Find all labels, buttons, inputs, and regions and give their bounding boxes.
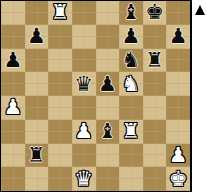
- square-c7[interactable]: [48, 25, 72, 49]
- square-b5[interactable]: [25, 72, 49, 96]
- square-a8[interactable]: [1, 1, 25, 25]
- square-h8[interactable]: [166, 1, 190, 25]
- chess-diagram: ♜♝♚♟♟♟♟♞♜♛♟♞♟♟♝♜♜♟♛♚: [0, 0, 207, 192]
- square-h4[interactable]: [166, 96, 190, 120]
- piece-black-rook-g6: ♜: [143, 49, 167, 73]
- square-a7[interactable]: [1, 25, 25, 49]
- square-g1[interactable]: [143, 167, 167, 191]
- square-d4[interactable]: [72, 96, 96, 120]
- square-e2[interactable]: [96, 144, 120, 168]
- square-a6[interactable]: ♟: [1, 49, 25, 73]
- square-c1[interactable]: [48, 167, 72, 191]
- chess-board: ♜♝♚♟♟♟♟♞♜♛♟♞♟♟♝♜♜♟♛♚: [0, 0, 192, 192]
- square-h3[interactable]: [166, 120, 190, 144]
- piece-white-rook-c8: ♜: [48, 1, 72, 25]
- square-f6[interactable]: ♞: [119, 49, 143, 73]
- square-f5[interactable]: ♞: [119, 72, 143, 96]
- piece-black-pawn-b7: ♟: [25, 25, 49, 49]
- square-e4[interactable]: [96, 96, 120, 120]
- square-h7[interactable]: ♟: [166, 25, 190, 49]
- square-d1[interactable]: ♛: [72, 167, 96, 191]
- square-b6[interactable]: [25, 49, 49, 73]
- piece-black-queen-d5: ♛: [72, 72, 96, 96]
- piece-black-bishop-f8: ♝: [119, 1, 143, 25]
- square-c3[interactable]: [48, 120, 72, 144]
- square-f7[interactable]: ♟: [119, 25, 143, 49]
- square-e5[interactable]: ♟: [96, 72, 120, 96]
- piece-black-knight-f6: ♞: [119, 49, 143, 73]
- piece-white-king-h1: ♚: [166, 167, 190, 191]
- square-c8[interactable]: ♜: [48, 1, 72, 25]
- square-e3[interactable]: ♝: [96, 120, 120, 144]
- piece-white-queen-d1: ♛: [72, 167, 96, 191]
- square-b8[interactable]: [25, 1, 49, 25]
- square-f2[interactable]: [119, 144, 143, 168]
- square-e6[interactable]: [96, 49, 120, 73]
- square-b3[interactable]: [25, 120, 49, 144]
- square-a5[interactable]: [1, 72, 25, 96]
- square-e1[interactable]: [96, 167, 120, 191]
- square-h6[interactable]: [166, 49, 190, 73]
- piece-white-knight-f5: ♞: [119, 72, 143, 96]
- square-c5[interactable]: [48, 72, 72, 96]
- square-f8[interactable]: ♝: [119, 1, 143, 25]
- square-a4[interactable]: ♟: [1, 96, 25, 120]
- piece-black-bishop-e3: ♝: [96, 120, 120, 144]
- square-d6[interactable]: [72, 49, 96, 73]
- square-b7[interactable]: ♟: [25, 25, 49, 49]
- square-h2[interactable]: ♟: [166, 144, 190, 168]
- square-d3[interactable]: ♟: [72, 120, 96, 144]
- square-c2[interactable]: [48, 144, 72, 168]
- piece-white-pawn-h2: ♟: [166, 144, 190, 168]
- square-f3[interactable]: ♜: [119, 120, 143, 144]
- square-f4[interactable]: [119, 96, 143, 120]
- piece-white-pawn-a4: ♟: [1, 96, 25, 120]
- black-to-move-triangle-icon: [195, 5, 205, 15]
- piece-white-pawn-d3: ♟: [72, 120, 96, 144]
- piece-black-pawn-f7: ♟: [119, 25, 143, 49]
- square-g7[interactable]: [143, 25, 167, 49]
- square-b1[interactable]: [25, 167, 49, 191]
- square-c6[interactable]: [48, 49, 72, 73]
- square-b4[interactable]: [25, 96, 49, 120]
- piece-black-pawn-e5: ♟: [96, 72, 120, 96]
- piece-black-pawn-h7: ♟: [166, 25, 190, 49]
- square-d8[interactable]: [72, 1, 96, 25]
- square-d2[interactable]: [72, 144, 96, 168]
- square-f1[interactable]: [119, 167, 143, 191]
- square-g2[interactable]: [143, 144, 167, 168]
- square-h5[interactable]: [166, 72, 190, 96]
- piece-black-rook-b2: ♜: [25, 144, 49, 168]
- square-g5[interactable]: [143, 72, 167, 96]
- square-a3[interactable]: [1, 120, 25, 144]
- piece-white-rook-f3: ♜: [119, 120, 143, 144]
- square-d7[interactable]: [72, 25, 96, 49]
- square-d5[interactable]: ♛: [72, 72, 96, 96]
- piece-black-king-g8: ♚: [143, 1, 167, 25]
- square-g4[interactable]: [143, 96, 167, 120]
- square-g8[interactable]: ♚: [143, 1, 167, 25]
- piece-black-pawn-a6: ♟: [1, 49, 25, 73]
- square-a2[interactable]: [1, 144, 25, 168]
- square-e8[interactable]: [96, 1, 120, 25]
- square-h1[interactable]: ♚: [166, 167, 190, 191]
- side-to-move-margin: [192, 0, 207, 192]
- square-a1[interactable]: [1, 167, 25, 191]
- square-b2[interactable]: ♜: [25, 144, 49, 168]
- square-c4[interactable]: [48, 96, 72, 120]
- square-g6[interactable]: ♜: [143, 49, 167, 73]
- square-e7[interactable]: [96, 25, 120, 49]
- square-g3[interactable]: [143, 120, 167, 144]
